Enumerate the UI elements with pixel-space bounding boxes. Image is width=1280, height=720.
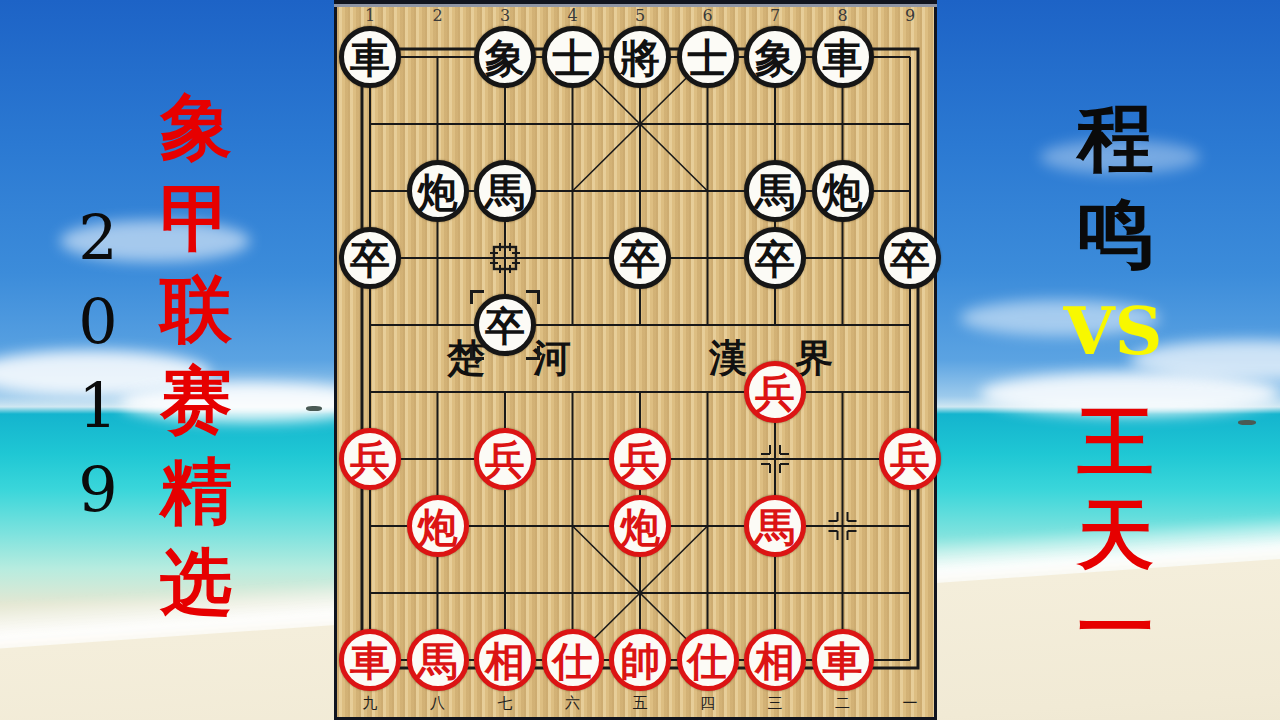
piece-black-卒[interactable]: 卒 — [339, 227, 401, 289]
year-caption: 2019 — [66, 196, 130, 532]
file-label-top: 2 — [425, 6, 451, 25]
caption-char: 精 — [160, 446, 232, 537]
piece-black-炮[interactable]: 炮 — [812, 160, 874, 222]
file-label-bottom: 三 — [762, 694, 788, 713]
caption-char: 鸣 — [1078, 185, 1154, 280]
file-label-bottom: 五 — [627, 694, 653, 713]
piece-red-馬[interactable]: 馬 — [407, 629, 469, 691]
piece-black-卒[interactable]: 卒 — [609, 227, 671, 289]
file-label-bottom: 九 — [357, 694, 383, 713]
piece-black-士[interactable]: 士 — [542, 26, 604, 88]
caption-char: 程 — [1078, 90, 1154, 185]
caption-char: 象 — [160, 82, 232, 173]
file-label-bottom: 一 — [897, 694, 923, 713]
piece-black-馬[interactable]: 馬 — [744, 160, 806, 222]
piece-black-車[interactable]: 車 — [339, 26, 401, 88]
piece-black-車[interactable]: 車 — [812, 26, 874, 88]
file-label-top: 3 — [492, 6, 518, 25]
file-label-top: 1 — [357, 6, 383, 25]
file-label-top: 4 — [560, 6, 586, 25]
piece-red-兵[interactable]: 兵 — [744, 361, 806, 423]
piece-red-車[interactable]: 車 — [339, 629, 401, 691]
file-label-top: 7 — [762, 6, 788, 25]
file-label-bottom: 六 — [560, 694, 586, 713]
xiangqi-board: 123456789九八七六五四三二一 楚河 漢界 車象士將士象車炮馬馬炮卒卒卒卒… — [334, 0, 937, 720]
island — [1238, 420, 1256, 425]
caption-char: 一 — [1078, 581, 1154, 674]
file-label-top: 5 — [627, 6, 653, 25]
caption-char: 天 — [1078, 488, 1154, 581]
caption-char: 赛 — [160, 355, 232, 446]
caption-char: 2 — [78, 196, 117, 280]
piece-red-兵[interactable]: 兵 — [339, 428, 401, 490]
piece-red-馬[interactable]: 馬 — [744, 495, 806, 557]
piece-black-象[interactable]: 象 — [744, 26, 806, 88]
piece-red-相[interactable]: 相 — [744, 629, 806, 691]
piece-black-炮[interactable]: 炮 — [407, 160, 469, 222]
caption-char: 选 — [160, 537, 232, 628]
vs-label: VS — [1048, 292, 1178, 370]
caption-char: 王 — [1078, 395, 1154, 488]
piece-black-卒[interactable]: 卒 — [744, 227, 806, 289]
file-label-top: 8 — [830, 6, 856, 25]
caption-char: 1 — [78, 364, 117, 448]
piece-red-仕[interactable]: 仕 — [677, 629, 739, 691]
caption-char: 甲 — [160, 173, 232, 264]
piece-black-卒[interactable]: 卒 — [474, 294, 536, 356]
piece-black-將[interactable]: 將 — [609, 26, 671, 88]
player-bottom-name: 王天一 — [1068, 395, 1163, 674]
piece-black-馬[interactable]: 馬 — [474, 160, 536, 222]
piece-red-兵[interactable]: 兵 — [879, 428, 941, 490]
file-label-bottom: 七 — [492, 694, 518, 713]
piece-black-象[interactable]: 象 — [474, 26, 536, 88]
file-label-top: 9 — [897, 6, 923, 25]
piece-red-兵[interactable]: 兵 — [609, 428, 671, 490]
piece-red-仕[interactable]: 仕 — [542, 629, 604, 691]
caption-char: 联 — [160, 264, 232, 355]
piece-black-卒[interactable]: 卒 — [879, 227, 941, 289]
island — [306, 406, 322, 411]
caption-char: 9 — [78, 448, 117, 532]
piece-red-炮[interactable]: 炮 — [407, 495, 469, 557]
file-label-bottom: 二 — [830, 694, 856, 713]
file-label-top: 6 — [695, 6, 721, 25]
piece-black-士[interactable]: 士 — [677, 26, 739, 88]
piece-red-車[interactable]: 車 — [812, 629, 874, 691]
caption-char: 0 — [78, 280, 117, 364]
piece-red-炮[interactable]: 炮 — [609, 495, 671, 557]
file-label-bottom: 四 — [695, 694, 721, 713]
piece-red-相[interactable]: 相 — [474, 629, 536, 691]
player-top-name: 程鸣 — [1068, 90, 1163, 280]
event-title-caption: 象甲联赛精选 — [155, 82, 237, 628]
file-label-bottom: 八 — [425, 694, 451, 713]
piece-red-兵[interactable]: 兵 — [474, 428, 536, 490]
piece-red-帥[interactable]: 帥 — [609, 629, 671, 691]
